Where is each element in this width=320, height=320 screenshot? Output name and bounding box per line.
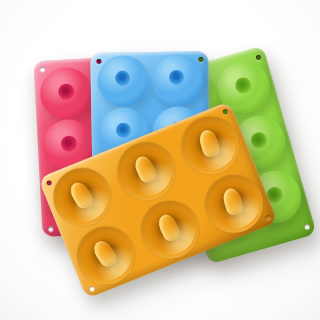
hanging-hole xyxy=(303,223,309,229)
donut-hole-post xyxy=(90,237,119,269)
hanging-hole xyxy=(88,285,95,292)
donut-hole-post xyxy=(197,128,222,159)
hanging-hole xyxy=(221,108,228,115)
donut-cavity xyxy=(44,159,120,235)
donut-cavity xyxy=(108,133,184,209)
hanging-hole xyxy=(48,226,53,231)
donut-cavity xyxy=(132,191,208,267)
donut-hole-dimple xyxy=(116,123,132,139)
donut-bump xyxy=(39,66,94,121)
donut-hole-dimple xyxy=(115,71,131,87)
donut-hole-dimple xyxy=(249,130,268,149)
donut-hole-dimple xyxy=(169,70,185,86)
hanging-hole xyxy=(39,66,44,71)
hanging-hole xyxy=(45,179,52,186)
donut-hole-post xyxy=(132,153,159,185)
donut-hole-post xyxy=(221,186,245,217)
hanging-hole xyxy=(255,54,261,60)
hanging-hole xyxy=(198,57,203,62)
donut-hole-post xyxy=(67,179,96,211)
hanging-hole xyxy=(96,58,101,63)
donut-bump xyxy=(151,54,203,106)
donut-hole-dimple xyxy=(233,76,252,95)
donut-hole-post xyxy=(156,212,183,244)
donut-bump xyxy=(97,55,149,107)
photo-stage xyxy=(0,0,320,320)
donut-hole-dimple xyxy=(61,135,77,151)
donut-hole-dimple xyxy=(58,83,74,99)
donut-cavity xyxy=(68,217,144,293)
hanging-hole xyxy=(264,214,271,221)
